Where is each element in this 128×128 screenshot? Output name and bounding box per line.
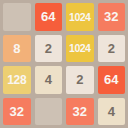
tile-2-r2c4: 2	[98, 35, 126, 63]
game-board-2048[interactable]: 641024328210242128426432324	[0, 0, 128, 128]
empty-cell-r4c2	[35, 98, 63, 126]
tile-4-r3c2: 4	[35, 66, 63, 94]
tile-32-r1c4: 32	[98, 3, 126, 31]
tile-64-r3c4: 64	[98, 66, 126, 94]
tile-128-r3c1: 128	[3, 66, 31, 94]
tile-32-r4c1: 32	[3, 98, 31, 126]
tile-32-r4c3: 32	[66, 98, 94, 126]
tile-1024-r1c3: 1024	[66, 3, 94, 31]
empty-cell-r1c1	[3, 3, 31, 31]
tile-1024-r2c3: 1024	[66, 35, 94, 63]
tile-8-r2c1: 8	[3, 35, 31, 63]
tile-64-r1c2: 64	[35, 3, 63, 31]
tile-2-r2c2: 2	[35, 35, 63, 63]
tile-4-r4c4: 4	[98, 98, 126, 126]
tile-2-r3c3: 2	[66, 66, 94, 94]
